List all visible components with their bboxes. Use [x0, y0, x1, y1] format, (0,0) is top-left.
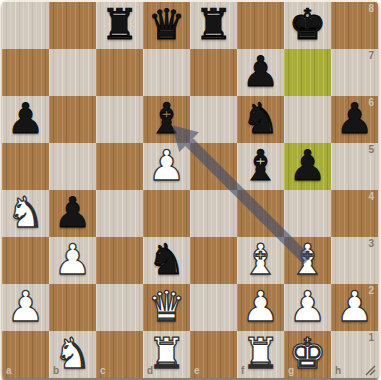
piece-white-bishop[interactable]: ♝: [242, 236, 280, 283]
square-e2[interactable]: [190, 284, 237, 331]
chess-board-stage: ♜♛♜♚8♟7♟♝♞6♟♟♝♟5♞♟4♟♞♝♝3♟♛♟♟2♟ab♞cd♜ef♜g…: [0, 0, 381, 380]
coord-file-a: a: [6, 366, 12, 376]
piece-white-pawn[interactable]: ♟: [148, 142, 186, 189]
square-b5[interactable]: [49, 143, 96, 190]
square-e1[interactable]: e: [190, 331, 237, 378]
square-b8[interactable]: [49, 2, 96, 49]
square-h5[interactable]: 5: [331, 143, 378, 190]
piece-white-queen[interactable]: ♛: [148, 283, 186, 330]
square-f8[interactable]: [237, 2, 284, 49]
piece-white-pawn[interactable]: ♟: [336, 283, 374, 330]
piece-white-pawn[interactable]: ♟: [7, 283, 45, 330]
piece-black-pawn[interactable]: ♟: [7, 95, 45, 142]
square-c3[interactable]: [96, 237, 143, 284]
coord-rank-1: 1: [368, 333, 374, 343]
piece-white-rook[interactable]: ♜: [148, 330, 186, 377]
square-b1[interactable]: b♞: [49, 331, 96, 378]
square-g7[interactable]: [284, 49, 331, 96]
piece-black-bishop[interactable]: ♝: [148, 95, 186, 142]
square-d7[interactable]: [143, 49, 190, 96]
square-a8[interactable]: [2, 2, 49, 49]
piece-black-queen[interactable]: ♛: [148, 2, 186, 48]
square-f1[interactable]: f♜: [237, 331, 284, 378]
square-g5[interactable]: ♟: [284, 143, 331, 190]
square-h3[interactable]: 3: [331, 237, 378, 284]
square-d6[interactable]: ♝: [143, 96, 190, 143]
square-h8[interactable]: 8: [331, 2, 378, 49]
square-f3[interactable]: ♝: [237, 237, 284, 284]
square-a2[interactable]: ♟: [2, 284, 49, 331]
square-g1[interactable]: g♚: [284, 331, 331, 378]
piece-black-knight[interactable]: ♞: [148, 236, 186, 283]
square-h1[interactable]: 1h: [331, 331, 378, 378]
piece-white-knight[interactable]: ♞: [7, 189, 45, 236]
piece-white-pawn[interactable]: ♟: [54, 236, 92, 283]
square-a7[interactable]: [2, 49, 49, 96]
square-d4[interactable]: [143, 190, 190, 237]
square-d5[interactable]: ♟: [143, 143, 190, 190]
square-c8[interactable]: ♜: [96, 2, 143, 49]
piece-white-king[interactable]: ♚: [289, 330, 327, 377]
square-d8[interactable]: ♛: [143, 2, 190, 49]
coord-rank-8: 8: [368, 4, 374, 14]
square-a5[interactable]: [2, 143, 49, 190]
square-c6[interactable]: [96, 96, 143, 143]
square-b7[interactable]: [49, 49, 96, 96]
square-g2[interactable]: ♟: [284, 284, 331, 331]
square-e8[interactable]: ♜: [190, 2, 237, 49]
square-e6[interactable]: [190, 96, 237, 143]
square-a1[interactable]: a: [2, 331, 49, 378]
square-c5[interactable]: [96, 143, 143, 190]
square-e3[interactable]: [190, 237, 237, 284]
square-f5[interactable]: ♝: [237, 143, 284, 190]
square-b6[interactable]: [49, 96, 96, 143]
piece-black-pawn[interactable]: ♟: [336, 95, 374, 142]
square-c7[interactable]: [96, 49, 143, 96]
square-e4[interactable]: [190, 190, 237, 237]
square-h4[interactable]: 4: [331, 190, 378, 237]
square-h2[interactable]: 2♟: [331, 284, 378, 331]
coord-file-c: c: [100, 366, 106, 376]
coord-rank-5: 5: [368, 145, 374, 155]
coord-file-h: h: [335, 366, 341, 376]
square-h6[interactable]: 6♟: [331, 96, 378, 143]
piece-black-king[interactable]: ♚: [289, 2, 327, 48]
coord-rank-3: 3: [368, 239, 374, 249]
square-g6[interactable]: [284, 96, 331, 143]
square-d2[interactable]: ♛: [143, 284, 190, 331]
piece-black-pawn[interactable]: ♟: [54, 189, 92, 236]
square-b2[interactable]: [49, 284, 96, 331]
piece-black-rook[interactable]: ♜: [101, 2, 139, 48]
piece-white-bishop[interactable]: ♝: [289, 236, 327, 283]
square-c1[interactable]: c: [96, 331, 143, 378]
square-c2[interactable]: [96, 284, 143, 331]
square-d1[interactable]: d♜: [143, 331, 190, 378]
square-b4[interactable]: ♟: [49, 190, 96, 237]
piece-black-bishop[interactable]: ♝: [242, 142, 280, 189]
piece-white-pawn[interactable]: ♟: [242, 283, 280, 330]
square-e7[interactable]: [190, 49, 237, 96]
square-c4[interactable]: [96, 190, 143, 237]
square-a4[interactable]: ♞: [2, 190, 49, 237]
square-g4[interactable]: [284, 190, 331, 237]
square-f4[interactable]: [237, 190, 284, 237]
square-b3[interactable]: ♟: [49, 237, 96, 284]
square-f2[interactable]: ♟: [237, 284, 284, 331]
piece-white-pawn[interactable]: ♟: [289, 283, 327, 330]
piece-white-knight[interactable]: ♞: [54, 330, 92, 377]
piece-black-pawn[interactable]: ♟: [289, 142, 327, 189]
square-f7[interactable]: ♟: [237, 49, 284, 96]
chess-board[interactable]: ♜♛♜♚8♟7♟♝♞6♟♟♝♟5♞♟4♟♞♝♝3♟♛♟♟2♟ab♞cd♜ef♜g…: [2, 2, 378, 378]
square-e5[interactable]: [190, 143, 237, 190]
square-f6[interactable]: ♞: [237, 96, 284, 143]
coord-rank-7: 7: [368, 51, 374, 61]
coord-file-e: e: [194, 366, 200, 376]
square-a3[interactable]: [2, 237, 49, 284]
piece-black-knight[interactable]: ♞: [242, 95, 280, 142]
piece-black-rook[interactable]: ♜: [195, 2, 233, 48]
piece-white-rook[interactable]: ♜: [242, 330, 280, 377]
coord-rank-4: 4: [368, 192, 374, 202]
square-d3[interactable]: ♞: [143, 237, 190, 284]
square-a6[interactable]: ♟: [2, 96, 49, 143]
square-g3[interactable]: ♝: [284, 237, 331, 284]
square-h7[interactable]: 7: [331, 49, 378, 96]
board-resize-handle-icon[interactable]: [364, 364, 376, 376]
piece-black-pawn[interactable]: ♟: [242, 48, 280, 95]
square-g8[interactable]: ♚: [284, 2, 331, 49]
